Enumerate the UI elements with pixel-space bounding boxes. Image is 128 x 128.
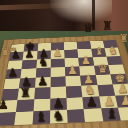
square-c3 [34, 87, 50, 99]
square-c4: ♟ [35, 77, 51, 88]
square-h1 [118, 107, 128, 121]
chess-board-3d: ♚♟♟♟♟♝♞♞♟♟♟♛♟♟♟♚♜♞♟♟♟♟♟♝♞♝ [0, 35, 128, 128]
black-bishop: ♝ [105, 106, 118, 120]
board-tilt-wrapper: ♚♟♟♟♟♝♞♞♟♟♟♛♟♟♟♚♜♞♟♟♟♟♟♝♞♝ [0, 0, 128, 128]
square-d5 [50, 67, 65, 77]
square-f1 [84, 108, 103, 122]
white-knight: ♞ [84, 83, 96, 96]
square-a3 [1, 89, 19, 101]
black-pawn: ♟ [52, 96, 64, 109]
square-f2: ♟ [83, 96, 101, 109]
black-rook: ♜ [20, 86, 32, 99]
black-bishop: ♝ [34, 109, 47, 123]
square-f4: ♟ [80, 75, 97, 86]
square-a1 [0, 112, 16, 126]
white-pawn: ♟ [83, 73, 94, 85]
white-pawn: ♟ [117, 82, 128, 95]
black-pawn: ♟ [21, 76, 32, 88]
square-b4: ♟ [19, 78, 35, 89]
white-king: ♚ [114, 71, 125, 83]
square-c2 [33, 98, 50, 111]
square-e4 [65, 76, 81, 87]
board-wooden-frame: ♚♟♟♟♟♝♞♞♟♟♟♛♟♟♟♚♜♞♟♟♟♟♟♝♞♝ [0, 35, 128, 128]
chess-board-grid: ♚♟♟♟♟♝♞♞♟♟♟♛♟♟♟♚♜♞♟♟♟♟♟♝♞♝ [0, 40, 128, 127]
square-a2 [0, 100, 18, 113]
black-pawn: ♟ [86, 95, 98, 108]
square-f3: ♞ [81, 85, 98, 97]
square-b3: ♜ [18, 88, 35, 100]
square-a6 [7, 60, 23, 69]
square-d4 [50, 76, 66, 87]
square-h3: ♟ [113, 84, 128, 96]
white-pawn: ♟ [120, 93, 128, 106]
square-d3 [50, 87, 66, 99]
square-d2: ♟ [50, 98, 67, 111]
square-b1 [14, 111, 33, 125]
square-e1 [67, 109, 85, 123]
square-g2: ♟ [99, 96, 118, 109]
white-pawn: ♟ [103, 94, 115, 107]
square-e2 [66, 97, 83, 110]
square-d1: ♞ [50, 110, 68, 124]
black-knight: ♞ [52, 109, 65, 123]
black-pawn: ♟ [37, 75, 48, 87]
black-king: ♚ [26, 41, 36, 52]
square-h4: ♚ [110, 74, 128, 85]
square-b2 [16, 99, 34, 112]
square-e3 [66, 86, 83, 98]
chess-photo-scene: ♚♟♟♟♟♝♞♞♟♟♟♛♟♟♟♚♜♞♟♟♟♟♟♝♞♝ ♛♜♜♜♝♟ [0, 0, 128, 128]
square-h2: ♟ [115, 95, 128, 108]
square-c1: ♝ [32, 110, 50, 124]
